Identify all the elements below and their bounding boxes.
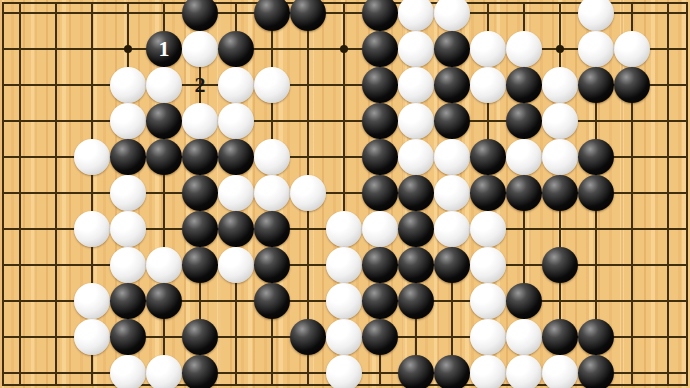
black-stone [362, 0, 398, 31]
black-stone [110, 283, 146, 319]
white-stone [218, 67, 254, 103]
white-stone [542, 103, 578, 139]
black-stone [578, 175, 614, 211]
black-stone [578, 355, 614, 388]
black-stone [254, 283, 290, 319]
white-stone [182, 31, 218, 67]
star-point [556, 45, 564, 53]
black-stone [290, 319, 326, 355]
black-stone [434, 355, 470, 388]
white-stone [398, 67, 434, 103]
move-number-2-label: 2 [182, 67, 218, 103]
go-diagram: 12 [0, 0, 690, 388]
go-board: 12 [0, 0, 690, 388]
black-stone [182, 0, 218, 31]
grid-line-vertical [19, 3, 21, 385]
white-stone [326, 283, 362, 319]
white-stone [470, 211, 506, 247]
white-stone [470, 319, 506, 355]
white-stone [470, 355, 506, 388]
black-stone [218, 31, 254, 67]
white-stone [506, 355, 542, 388]
white-stone [254, 67, 290, 103]
black-stone [434, 31, 470, 67]
black-stone [398, 211, 434, 247]
black-stone [362, 247, 398, 283]
white-stone [470, 247, 506, 283]
black-stone [470, 175, 506, 211]
white-stone [470, 31, 506, 67]
black-stone [146, 139, 182, 175]
white-stone [74, 283, 110, 319]
black-stone [290, 0, 326, 31]
black-stone [362, 283, 398, 319]
white-stone [614, 31, 650, 67]
black-stone [110, 139, 146, 175]
black-stone [578, 67, 614, 103]
grid-line-vertical [667, 3, 669, 385]
black-stone [182, 175, 218, 211]
black-stone [506, 67, 542, 103]
white-stone [578, 31, 614, 67]
black-stone [506, 283, 542, 319]
black-stone [362, 175, 398, 211]
white-stone [398, 139, 434, 175]
black-stone [362, 103, 398, 139]
black-stone [254, 211, 290, 247]
white-stone [542, 355, 578, 388]
black-stone [470, 139, 506, 175]
white-stone [326, 211, 362, 247]
white-stone [290, 175, 326, 211]
black-stone [398, 175, 434, 211]
white-stone [398, 31, 434, 67]
black-stone [182, 355, 218, 388]
white-stone [578, 0, 614, 31]
white-stone [434, 175, 470, 211]
white-stone [182, 103, 218, 139]
white-stone [470, 283, 506, 319]
white-stone [254, 175, 290, 211]
black-stone [254, 0, 290, 31]
black-stone [542, 175, 578, 211]
white-stone [398, 0, 434, 31]
black-stone [614, 67, 650, 103]
star-point [340, 45, 348, 53]
black-stone [434, 103, 470, 139]
white-stone [146, 247, 182, 283]
white-stone [74, 139, 110, 175]
move-number-1-label: 1 [146, 31, 182, 67]
black-stone [362, 319, 398, 355]
white-stone [74, 211, 110, 247]
white-stone [326, 247, 362, 283]
white-stone [434, 139, 470, 175]
black-stone [182, 211, 218, 247]
black-stone [110, 319, 146, 355]
white-stone [74, 319, 110, 355]
star-point [124, 45, 132, 53]
white-stone [506, 31, 542, 67]
black-stone [434, 67, 470, 103]
white-stone [110, 175, 146, 211]
black-stone [218, 139, 254, 175]
white-stone [110, 211, 146, 247]
black-stone [254, 247, 290, 283]
white-stone [110, 355, 146, 388]
white-stone [434, 211, 470, 247]
white-stone [110, 103, 146, 139]
grid-line-horizontal [3, 120, 687, 122]
white-stone [434, 0, 470, 31]
black-stone [362, 31, 398, 67]
black-stone [182, 139, 218, 175]
black-stone [542, 319, 578, 355]
white-stone [218, 175, 254, 211]
white-stone [326, 355, 362, 388]
black-stone [362, 67, 398, 103]
white-stone [542, 67, 578, 103]
black-stone [506, 175, 542, 211]
white-stone [254, 139, 290, 175]
white-stone [218, 103, 254, 139]
white-stone [362, 211, 398, 247]
white-stone [110, 247, 146, 283]
black-stone [578, 139, 614, 175]
black-stone [506, 103, 542, 139]
black-stone [182, 247, 218, 283]
white-stone [146, 355, 182, 388]
black-stone [434, 247, 470, 283]
white-stone [326, 319, 362, 355]
black-stone [218, 211, 254, 247]
black-stone [146, 283, 182, 319]
black-stone [578, 319, 614, 355]
black-stone [146, 103, 182, 139]
black-stone [542, 247, 578, 283]
grid-line-vertical [55, 3, 57, 385]
black-stone [398, 247, 434, 283]
white-stone [218, 247, 254, 283]
white-stone [110, 67, 146, 103]
white-stone [398, 103, 434, 139]
black-stone [398, 283, 434, 319]
white-stone [506, 319, 542, 355]
white-stone [146, 67, 182, 103]
white-stone [470, 67, 506, 103]
black-stone [398, 355, 434, 388]
black-stone [362, 139, 398, 175]
white-stone [506, 139, 542, 175]
black-stone [182, 319, 218, 355]
white-stone [542, 139, 578, 175]
